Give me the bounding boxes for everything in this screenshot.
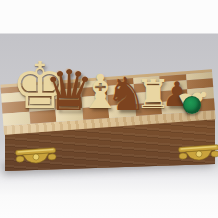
pieces-layer: ♚ ♛ ♝ ♞ ♜ ♟ ♟ (0, 0, 218, 218)
felt-base (183, 96, 201, 114)
chess-set-photo: ♚ ♛ ♝ ♞ ♜ ♟ ♟ (0, 0, 218, 218)
